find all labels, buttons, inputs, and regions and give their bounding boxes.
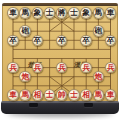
piece-character: 象 bbox=[34, 9, 42, 17]
red-piece-c[interactable]: 炮 bbox=[19, 71, 30, 82]
piece-character: 馬 bbox=[95, 9, 103, 17]
board-grid: 車馬象士將士象馬車砲砲卒卒卒卒卒兵兵兵兵兵炮炮車馬相士帥士相馬車 bbox=[7, 8, 117, 99]
piece-character: 馬 bbox=[95, 91, 103, 99]
red-piece-p[interactable]: 兵 bbox=[7, 62, 18, 73]
black-piece-p[interactable]: 卒 bbox=[56, 35, 67, 46]
black-piece-n[interactable]: 馬 bbox=[19, 7, 30, 18]
box-clasp-left bbox=[29, 103, 38, 107]
piece-character: 士 bbox=[70, 91, 78, 99]
black-piece-r[interactable]: 車 bbox=[7, 7, 18, 18]
piece-character: 車 bbox=[9, 91, 17, 99]
piece-character: 車 bbox=[9, 9, 17, 17]
black-piece-r[interactable]: 車 bbox=[105, 7, 116, 18]
piece-character: 馬 bbox=[21, 91, 29, 99]
piece-character: 車 bbox=[107, 9, 115, 17]
black-piece-p[interactable]: 卒 bbox=[7, 35, 18, 46]
box-clasp-right bbox=[84, 103, 93, 107]
black-piece-a[interactable]: 士 bbox=[68, 7, 79, 18]
black-piece-a[interactable]: 士 bbox=[44, 7, 55, 18]
piece-character: 炮 bbox=[95, 73, 103, 81]
piece-character: 卒 bbox=[34, 37, 42, 45]
piece-character: 車 bbox=[107, 91, 115, 99]
red-piece-k[interactable]: 帥 bbox=[56, 89, 67, 100]
red-piece-p[interactable]: 兵 bbox=[80, 62, 91, 73]
piece-character: 砲 bbox=[21, 28, 29, 36]
piece-character: 兵 bbox=[82, 64, 90, 71]
red-piece-b[interactable]: 相 bbox=[32, 89, 43, 100]
piece-character: 卒 bbox=[9, 37, 17, 45]
piece-character: 象 bbox=[82, 9, 90, 17]
black-piece-k[interactable]: 將 bbox=[56, 7, 67, 18]
piece-character: 卒 bbox=[82, 37, 90, 45]
red-piece-n[interactable]: 馬 bbox=[19, 89, 30, 100]
red-piece-a[interactable]: 士 bbox=[68, 89, 79, 100]
black-piece-p[interactable]: 卒 bbox=[32, 35, 43, 46]
red-piece-b[interactable]: 相 bbox=[80, 89, 91, 100]
box-front-lip bbox=[1, 101, 119, 103]
piece-character: 卒 bbox=[107, 37, 115, 45]
red-piece-p[interactable]: 兵 bbox=[105, 62, 116, 73]
red-piece-a[interactable]: 士 bbox=[44, 89, 55, 100]
piece-character: 士 bbox=[46, 9, 54, 17]
xiangqi-set-photo: 楚河 漢界 車馬象士將士象馬車砲砲卒卒卒卒卒兵兵兵兵兵炮炮車馬相士帥士相馬車 bbox=[0, 0, 120, 120]
xiangqi-board: 楚河 漢界 車馬象士將士象馬車砲砲卒卒卒卒卒兵兵兵兵兵炮炮車馬相士帥士相馬車 bbox=[2, 6, 118, 102]
piece-character: 將 bbox=[58, 9, 66, 17]
piece-character: 士 bbox=[46, 91, 54, 99]
piece-character: 兵 bbox=[9, 64, 17, 71]
piece-character: 相 bbox=[34, 91, 42, 99]
red-piece-p[interactable]: 兵 bbox=[32, 62, 43, 73]
red-piece-r[interactable]: 車 bbox=[105, 89, 116, 100]
piece-character: 炮 bbox=[21, 73, 29, 81]
piece-character: 卒 bbox=[58, 37, 66, 45]
black-piece-b[interactable]: 象 bbox=[32, 7, 43, 18]
piece-character: 馬 bbox=[21, 9, 29, 17]
black-piece-p[interactable]: 卒 bbox=[105, 35, 116, 46]
black-piece-p[interactable]: 卒 bbox=[80, 35, 91, 46]
red-piece-p[interactable]: 兵 bbox=[56, 62, 67, 73]
piece-character: 帥 bbox=[58, 91, 66, 99]
piece-character: 士 bbox=[70, 9, 78, 17]
piece-character: 兵 bbox=[107, 64, 115, 71]
red-piece-c[interactable]: 炮 bbox=[93, 71, 104, 82]
black-piece-n[interactable]: 馬 bbox=[93, 7, 104, 18]
piece-character: 兵 bbox=[34, 64, 42, 71]
piece-character: 砲 bbox=[95, 28, 103, 36]
black-piece-b[interactable]: 象 bbox=[80, 7, 91, 18]
box-front-panel bbox=[1, 101, 119, 114]
red-piece-n[interactable]: 馬 bbox=[93, 89, 104, 100]
piece-character: 相 bbox=[82, 91, 90, 99]
black-piece-c[interactable]: 砲 bbox=[93, 25, 104, 36]
red-piece-r[interactable]: 車 bbox=[7, 89, 18, 100]
black-piece-c[interactable]: 砲 bbox=[19, 25, 30, 36]
piece-character: 兵 bbox=[58, 64, 66, 71]
